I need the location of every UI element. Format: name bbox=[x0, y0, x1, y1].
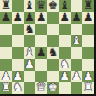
white-pawn-f2[interactable]: ♟ bbox=[59, 71, 69, 82]
black-pawn-b7[interactable]: ♟ bbox=[12, 12, 22, 23]
square-a4[interactable] bbox=[0, 47, 12, 59]
white-pawn-a2[interactable]: ♟ bbox=[1, 71, 11, 82]
black-rook-h8[interactable]: ♜ bbox=[83, 0, 93, 11]
square-b3[interactable] bbox=[12, 59, 24, 71]
square-b8[interactable] bbox=[12, 0, 24, 12]
black-rook-a8[interactable]: ♜ bbox=[1, 0, 11, 11]
square-a6[interactable] bbox=[0, 24, 12, 36]
square-c7[interactable]: ♟ bbox=[24, 12, 36, 24]
square-d8[interactable]: ♛ bbox=[35, 0, 47, 12]
square-d5[interactable] bbox=[35, 35, 47, 47]
black-pawn-h7[interactable]: ♟ bbox=[83, 12, 93, 23]
square-g7[interactable]: ♟ bbox=[71, 12, 83, 24]
square-d4[interactable]: ♟ bbox=[35, 47, 47, 59]
black-pawn-a7[interactable]: ♟ bbox=[1, 12, 11, 23]
square-a3[interactable] bbox=[0, 59, 12, 71]
square-h3[interactable] bbox=[82, 59, 94, 71]
black-pawn-d4[interactable]: ♟ bbox=[36, 47, 46, 58]
black-bishop-c8[interactable]: ♝ bbox=[24, 0, 34, 11]
square-b5[interactable] bbox=[12, 35, 24, 47]
square-c2[interactable] bbox=[24, 71, 36, 83]
white-knight-f3[interactable]: ♞ bbox=[59, 59, 69, 70]
white-pawn-h2[interactable]: ♟ bbox=[83, 71, 93, 82]
black-pawn-f7[interactable]: ♟ bbox=[59, 12, 69, 23]
square-e4[interactable]: ♞ bbox=[47, 47, 59, 59]
black-pawn-d7[interactable]: ♟ bbox=[36, 12, 46, 23]
square-f3[interactable]: ♞ bbox=[59, 59, 71, 71]
square-g2[interactable]: ♟ bbox=[71, 71, 83, 83]
square-h7[interactable]: ♟ bbox=[82, 12, 94, 24]
square-h6[interactable] bbox=[82, 24, 94, 36]
square-b1[interactable]: ♞ bbox=[12, 82, 24, 94]
square-f7[interactable]: ♟ bbox=[59, 12, 71, 24]
white-queen-d1[interactable]: ♛ bbox=[36, 82, 46, 93]
black-queen-d8[interactable]: ♛ bbox=[36, 0, 46, 11]
square-c4[interactable]: ♝ bbox=[24, 47, 36, 59]
black-knight-e4[interactable]: ♞ bbox=[48, 47, 58, 58]
square-g4[interactable] bbox=[71, 47, 83, 59]
square-e5[interactable] bbox=[47, 35, 59, 47]
square-a7[interactable]: ♟ bbox=[0, 12, 12, 24]
square-g5[interactable]: ♝ bbox=[71, 35, 83, 47]
square-d2[interactable] bbox=[35, 71, 47, 83]
square-g1[interactable] bbox=[71, 82, 83, 94]
white-pawn-c3[interactable]: ♟ bbox=[24, 59, 34, 70]
square-f1[interactable] bbox=[59, 82, 71, 94]
chess-board-frame: ♜♝♛♚♝♜♟♟♟♟♟♟♟♞♝♝♟♞♟♞♟♟♟♟♟♜♞♛♚♜ bbox=[0, 0, 96, 96]
white-king-e1[interactable]: ♚ bbox=[48, 82, 58, 93]
square-f5[interactable] bbox=[59, 35, 71, 47]
square-c8[interactable]: ♝ bbox=[24, 0, 36, 12]
white-pawn-b2[interactable]: ♟ bbox=[12, 71, 22, 82]
chess-board[interactable]: ♜♝♛♚♝♜♟♟♟♟♟♟♟♞♝♝♟♞♟♞♟♟♟♟♟♜♞♛♚♜ bbox=[0, 0, 94, 94]
square-d1[interactable]: ♛ bbox=[35, 82, 47, 94]
white-bishop-g5[interactable]: ♝ bbox=[71, 35, 81, 46]
square-e8[interactable]: ♚ bbox=[47, 0, 59, 12]
square-c5[interactable] bbox=[24, 35, 36, 47]
square-h2[interactable]: ♟ bbox=[82, 71, 94, 83]
square-a5[interactable] bbox=[0, 35, 12, 47]
black-bishop-f8[interactable]: ♝ bbox=[59, 0, 69, 11]
square-e7[interactable] bbox=[47, 12, 59, 24]
black-pawn-g7[interactable]: ♟ bbox=[71, 12, 81, 23]
black-king-e8[interactable]: ♚ bbox=[48, 0, 58, 11]
square-b2[interactable]: ♟ bbox=[12, 71, 24, 83]
square-g6[interactable] bbox=[71, 24, 83, 36]
white-bishop-c4[interactable]: ♝ bbox=[24, 47, 34, 58]
square-d6[interactable] bbox=[35, 24, 47, 36]
square-b6[interactable] bbox=[12, 24, 24, 36]
square-a2[interactable]: ♟ bbox=[0, 71, 12, 83]
square-a8[interactable]: ♜ bbox=[0, 0, 12, 12]
square-d3[interactable] bbox=[35, 59, 47, 71]
white-pawn-g2[interactable]: ♟ bbox=[71, 71, 81, 82]
square-e1[interactable]: ♚ bbox=[47, 82, 59, 94]
square-a1[interactable]: ♜ bbox=[0, 82, 12, 94]
black-knight-c6[interactable]: ♞ bbox=[24, 24, 34, 35]
square-g8[interactable] bbox=[71, 0, 83, 12]
white-rook-a1[interactable]: ♜ bbox=[1, 82, 11, 93]
square-h8[interactable]: ♜ bbox=[82, 0, 94, 12]
square-b7[interactable]: ♟ bbox=[12, 12, 24, 24]
square-b4[interactable] bbox=[12, 47, 24, 59]
square-f6[interactable] bbox=[59, 24, 71, 36]
square-h5[interactable] bbox=[82, 35, 94, 47]
square-f8[interactable]: ♝ bbox=[59, 0, 71, 12]
square-c1[interactable] bbox=[24, 82, 36, 94]
square-h4[interactable] bbox=[82, 47, 94, 59]
square-h1[interactable]: ♜ bbox=[82, 82, 94, 94]
square-g3[interactable] bbox=[71, 59, 83, 71]
square-e3[interactable] bbox=[47, 59, 59, 71]
square-f4[interactable] bbox=[59, 47, 71, 59]
square-e6[interactable] bbox=[47, 24, 59, 36]
square-d7[interactable]: ♟ bbox=[35, 12, 47, 24]
black-pawn-c7[interactable]: ♟ bbox=[24, 12, 34, 23]
white-knight-b1[interactable]: ♞ bbox=[12, 82, 22, 93]
square-c6[interactable]: ♞ bbox=[24, 24, 36, 36]
white-rook-h1[interactable]: ♜ bbox=[83, 82, 93, 93]
square-e2[interactable] bbox=[47, 71, 59, 83]
square-c3[interactable]: ♟ bbox=[24, 59, 36, 71]
square-f2[interactable]: ♟ bbox=[59, 71, 71, 83]
